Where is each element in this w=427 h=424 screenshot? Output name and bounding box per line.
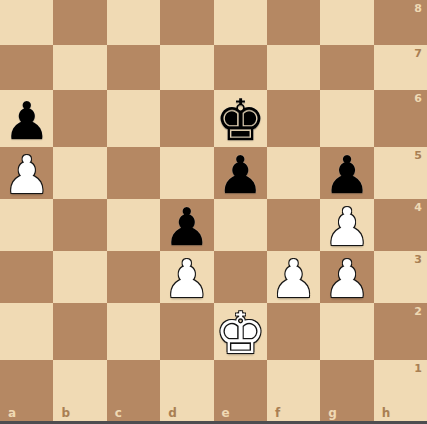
square-h6[interactable]: 6 [374, 90, 427, 147]
rank-label-2: 2 [414, 306, 422, 317]
square-a5[interactable]: ♟ [0, 147, 53, 199]
square-d7[interactable] [160, 45, 213, 90]
square-g2[interactable] [320, 303, 373, 360]
square-a2[interactable] [0, 303, 53, 360]
square-a7[interactable] [0, 45, 53, 90]
rank-label-8: 8 [414, 3, 422, 14]
square-b6[interactable] [53, 90, 106, 147]
piece-black-pawn[interactable]: ♟ [164, 201, 211, 253]
piece-black-king[interactable]: ♚ [215, 92, 266, 149]
piece-white-pawn[interactable]: ♟ [324, 253, 371, 305]
square-b7[interactable] [53, 45, 106, 90]
file-label-a: a [0, 405, 53, 421]
square-g7[interactable] [320, 45, 373, 90]
square-a6[interactable]: ♟ [0, 90, 53, 147]
square-f4[interactable] [267, 199, 320, 251]
piece-black-pawn[interactable]: ♟ [3, 95, 50, 147]
square-f6[interactable] [267, 90, 320, 147]
square-a3[interactable] [0, 251, 53, 303]
piece-white-pawn[interactable]: ♟ [3, 149, 50, 201]
square-e6[interactable]: ♚ [214, 90, 267, 147]
square-h1[interactable]: 1 [374, 360, 427, 405]
square-g4[interactable]: ♟ [320, 199, 373, 251]
rank-label-3: 3 [414, 254, 422, 265]
square-d8[interactable] [160, 0, 213, 45]
square-d6[interactable] [160, 90, 213, 147]
square-a8[interactable] [0, 0, 53, 45]
rank-label-1: 1 [414, 363, 422, 374]
square-e1[interactable] [214, 360, 267, 405]
square-b1[interactable] [53, 360, 106, 405]
square-b4[interactable] [53, 199, 106, 251]
square-h5[interactable]: 5 [374, 147, 427, 199]
square-d5[interactable] [160, 147, 213, 199]
chess-board: 87♟♚6♟♟♟5♟♟4♟♟♟3♚21 [0, 0, 427, 405]
file-label-f: f [267, 405, 320, 421]
square-h7[interactable]: 7 [374, 45, 427, 90]
square-e3[interactable] [214, 251, 267, 303]
square-h4[interactable]: 4 [374, 199, 427, 251]
square-a1[interactable] [0, 360, 53, 405]
square-c4[interactable] [107, 199, 160, 251]
square-b3[interactable] [53, 251, 106, 303]
square-f1[interactable] [267, 360, 320, 405]
square-c7[interactable] [107, 45, 160, 90]
square-b8[interactable] [53, 0, 106, 45]
square-c2[interactable] [107, 303, 160, 360]
square-f3[interactable]: ♟ [267, 251, 320, 303]
square-e7[interactable] [214, 45, 267, 90]
square-d2[interactable] [160, 303, 213, 360]
square-e5[interactable]: ♟ [214, 147, 267, 199]
square-d3[interactable]: ♟ [160, 251, 213, 303]
square-g1[interactable] [320, 360, 373, 405]
square-d4[interactable]: ♟ [160, 199, 213, 251]
square-c6[interactable] [107, 90, 160, 147]
file-label-g: g [320, 405, 373, 421]
piece-white-king[interactable]: ♚ [215, 305, 266, 362]
square-c8[interactable] [107, 0, 160, 45]
square-g6[interactable] [320, 90, 373, 147]
square-g5[interactable]: ♟ [320, 147, 373, 199]
square-e8[interactable] [214, 0, 267, 45]
square-g3[interactable]: ♟ [320, 251, 373, 303]
rank-label-6: 6 [414, 93, 422, 104]
file-label-c: c [107, 405, 160, 421]
square-c5[interactable] [107, 147, 160, 199]
square-a4[interactable] [0, 199, 53, 251]
file-label-e: e [214, 405, 267, 421]
square-b2[interactable] [53, 303, 106, 360]
square-c1[interactable] [107, 360, 160, 405]
piece-white-pawn[interactable]: ♟ [270, 253, 317, 305]
chess-board-screen: 87♟♚6♟♟♟5♟♟4♟♟♟3♚21 abcdefgh [0, 0, 427, 424]
square-h3[interactable]: 3 [374, 251, 427, 303]
file-label-h: h [374, 405, 427, 421]
rank-label-5: 5 [414, 150, 422, 161]
square-h2[interactable]: 2 [374, 303, 427, 360]
piece-black-pawn[interactable]: ♟ [324, 149, 371, 201]
square-d1[interactable] [160, 360, 213, 405]
piece-black-pawn[interactable]: ♟ [217, 149, 264, 201]
square-f2[interactable] [267, 303, 320, 360]
file-labels-strip: abcdefgh [0, 405, 427, 421]
square-c3[interactable] [107, 251, 160, 303]
file-label-d: d [160, 405, 213, 421]
square-e2[interactable]: ♚ [214, 303, 267, 360]
square-b5[interactable] [53, 147, 106, 199]
square-g8[interactable] [320, 0, 373, 45]
rank-label-7: 7 [414, 48, 422, 59]
piece-white-pawn[interactable]: ♟ [164, 253, 211, 305]
square-f8[interactable] [267, 0, 320, 45]
piece-white-pawn[interactable]: ♟ [324, 201, 371, 253]
file-label-b: b [53, 405, 106, 421]
square-e4[interactable] [214, 199, 267, 251]
square-f5[interactable] [267, 147, 320, 199]
square-h8[interactable]: 8 [374, 0, 427, 45]
square-f7[interactable] [267, 45, 320, 90]
rank-label-4: 4 [414, 202, 422, 213]
